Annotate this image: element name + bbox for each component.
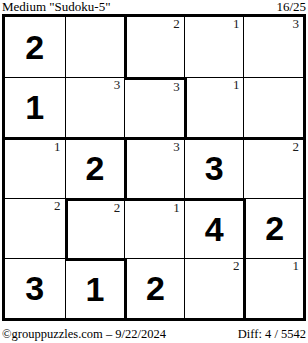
cell-r1c1[interactable]: 2 (5, 17, 65, 77)
corner-mark: 1 (54, 140, 61, 154)
puzzle-title: Medium "Sudoku-5" (2, 0, 110, 13)
corner-mark: 1 (173, 201, 180, 215)
cell-r2c4[interactable]: 1 (184, 77, 244, 137)
corner-mark: 2 (233, 259, 240, 273)
given-digit: 3 (185, 140, 244, 197)
cell-r2c3[interactable]: 3 (124, 77, 184, 137)
given-digit: 1 (66, 261, 125, 318)
cell-r2c5[interactable] (243, 77, 303, 137)
cell-r4c3[interactable]: 1 (124, 198, 184, 258)
cell-r2c2[interactable]: 3 (65, 77, 125, 137)
corner-mark: 2 (173, 17, 180, 31)
cell-r3c3[interactable]: 3 (124, 137, 184, 197)
corner-mark: 1 (292, 259, 299, 273)
cell-r3c4[interactable]: 3 (184, 137, 244, 197)
given-digit: 2 (246, 199, 303, 258)
corner-mark: 3 (114, 78, 121, 92)
given-digit: 4 (185, 201, 244, 258)
cell-r3c5[interactable]: 2 (243, 137, 303, 197)
cell-r4c4[interactable]: 4 (184, 198, 244, 258)
cell-r1c3[interactable]: 2 (124, 17, 184, 77)
corner-mark: 3 (173, 80, 180, 94)
given-digit: 2 (127, 259, 184, 318)
cell-r4c2[interactable]: 2 (65, 198, 125, 258)
cell-r3c1[interactable]: 1 (5, 137, 65, 197)
given-digit: 1 (5, 78, 65, 137)
given-digit: 3 (5, 259, 65, 318)
cell-r5c3[interactable]: 2 (124, 258, 184, 318)
cell-r3c2[interactable]: 2 (65, 137, 125, 197)
sudoku-grid[interactable]: 22131331123322214231221 (2, 14, 306, 321)
corner-mark: 2 (292, 140, 299, 154)
cell-r2c1[interactable]: 1 (5, 77, 65, 137)
cell-r5c1[interactable]: 3 (5, 258, 65, 318)
cell-r5c4[interactable]: 2 (184, 258, 244, 318)
cell-r1c4[interactable]: 1 (184, 17, 244, 77)
cell-r1c2[interactable] (65, 17, 125, 77)
cell-r1c5[interactable]: 3 (243, 17, 303, 77)
corner-mark: 2 (114, 201, 121, 215)
footer: ©grouppuzzles.com – 9/22/2024 Diff: 4 / … (0, 327, 308, 341)
given-digit: 2 (66, 140, 125, 197)
cell-r4c5[interactable]: 2 (243, 198, 303, 258)
difficulty-label: Diff: 4 / 5542 (238, 327, 306, 341)
header: Medium "Sudoku-5" 16/25 (0, 0, 308, 14)
given-digit: 2 (5, 17, 65, 77)
puzzle-counter: 16/25 (276, 0, 306, 13)
cell-r4c1[interactable]: 2 (5, 198, 65, 258)
corner-mark: 1 (233, 78, 240, 92)
corner-mark: 2 (54, 199, 61, 213)
cell-r5c2[interactable]: 1 (65, 258, 125, 318)
corner-mark: 1 (233, 17, 240, 31)
corner-mark: 3 (173, 140, 180, 154)
copyright-date: ©grouppuzzles.com – 9/22/2024 (2, 327, 166, 341)
cell-r5c5[interactable]: 1 (243, 258, 303, 318)
corner-mark: 3 (292, 17, 299, 31)
